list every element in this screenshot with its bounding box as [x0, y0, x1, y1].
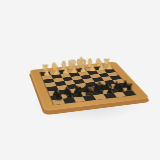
piece-black-pawn: ♟ [51, 87, 62, 97]
piece-white-king: ♚ [77, 56, 86, 70]
piece-black-knight: ♞ [114, 82, 124, 94]
product-photo-stage: ♜♞♝♛♚♝♞♜♟♟♟♟♟♟♟♟♟♟♟♟♟♟♟♟♜♞♝♛♚♝♞♜ [0, 0, 160, 160]
piece-black-pawn: ♟ [82, 84, 92, 94]
piece-black-pawn: ♟ [91, 83, 101, 93]
piece-black-king: ♚ [94, 81, 105, 97]
chess-board: ♜♞♝♛♚♝♞♜♟♟♟♟♟♟♟♟♟♟♟♟♟♟♟♟♜♞♝♛♚♝♞♜ [29, 62, 150, 112]
